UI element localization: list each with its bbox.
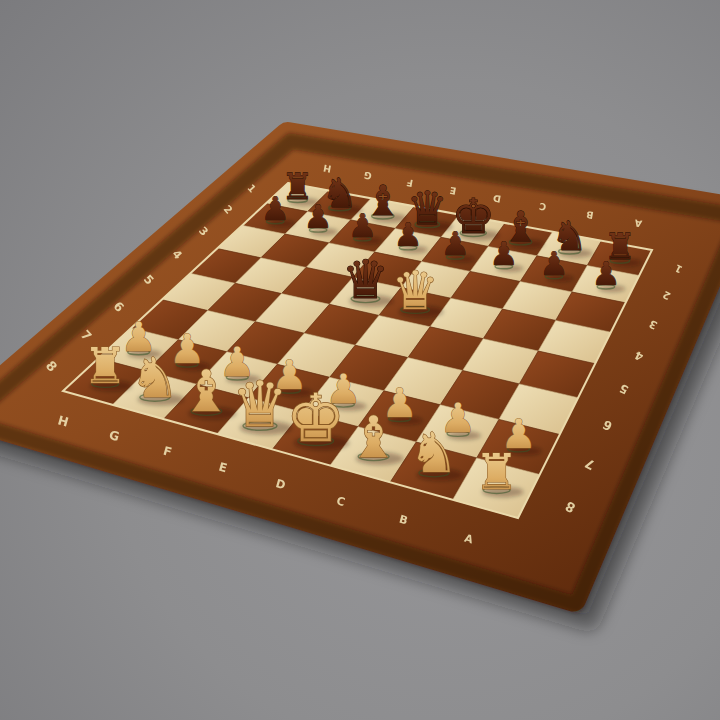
piece-dark-pawn-h2[interactable]: ♟	[261, 190, 295, 228]
dark-pawn-glyph: ♟	[348, 207, 377, 245]
light-queen-glyph: ♛	[391, 260, 439, 321]
photo-stage: HHGGFFEEDDCCBBAA1122334455667788 ♜♞♝♟♛♟♚…	[0, 0, 720, 720]
piece-dark-pawn-a2[interactable]: ♟	[591, 255, 625, 293]
light-knight-glyph: ♞	[409, 421, 459, 485]
dark-queen-glyph: ♛	[342, 249, 390, 310]
piece-light-bishop-c8[interactable]: ♝	[348, 404, 403, 470]
piece-light-queen-e8[interactable]: ♛	[232, 368, 292, 441]
light-rook-glyph: ♜	[474, 443, 518, 501]
light-king-glyph: ♚	[286, 380, 345, 457]
light-queen-glyph: ♛	[232, 368, 288, 441]
piece-dark-pawn-c2[interactable]: ♟	[489, 235, 523, 273]
light-bishop-glyph: ♝	[348, 404, 399, 470]
light-rook-glyph: ♜	[83, 337, 127, 395]
dark-pawn-glyph: ♟	[304, 198, 333, 236]
light-bishop-glyph: ♝	[181, 358, 232, 424]
light-knight-glyph: ♞	[130, 346, 180, 410]
piece-light-bishop-f8[interactable]: ♝	[181, 358, 236, 424]
dark-pawn-glyph: ♟	[591, 255, 620, 293]
piece-dark-pawn-f2[interactable]: ♟	[348, 207, 382, 245]
piece-light-rook-h8[interactable]: ♜	[83, 337, 132, 395]
dark-pawn-glyph: ♟	[261, 190, 290, 228]
piece-light-knight-b8[interactable]: ♞	[409, 421, 463, 485]
dark-pawn-glyph: ♟	[540, 245, 569, 283]
piece-light-rook-a8[interactable]: ♜	[474, 443, 523, 501]
piece-light-queen-d4[interactable]: ♛	[391, 260, 443, 321]
piece-dark-pawn-e2[interactable]: ♟	[394, 216, 428, 254]
piece-dark-pawn-b2[interactable]: ♟	[540, 245, 574, 283]
piece-dark-queen-e4[interactable]: ♛	[342, 249, 394, 310]
piece-dark-pawn-g2[interactable]: ♟	[304, 198, 338, 236]
piece-light-knight-g8[interactable]: ♞	[130, 346, 184, 410]
dark-pawn-glyph: ♟	[489, 235, 518, 273]
chess-photo: HHGGFFEEDDCCBBAA1122334455667788 ♜♞♝♟♛♟♚…	[0, 0, 720, 720]
piece-dark-pawn-d2[interactable]: ♟	[441, 225, 475, 263]
piece-light-king-d8[interactable]: ♚	[286, 380, 349, 457]
dark-pawn-glyph: ♟	[441, 225, 470, 263]
dark-pawn-glyph: ♟	[394, 216, 423, 254]
